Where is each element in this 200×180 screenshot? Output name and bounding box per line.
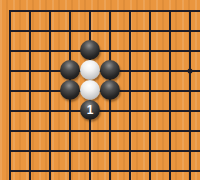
board-intersection[interactable]	[180, 21, 200, 41]
board-intersection[interactable]	[0, 101, 20, 121]
board-intersection[interactable]	[40, 101, 60, 121]
board-intersection[interactable]	[160, 121, 180, 141]
board-intersection[interactable]	[40, 81, 60, 101]
board-intersection[interactable]	[60, 41, 80, 61]
board-intersection[interactable]	[160, 81, 180, 101]
board-intersection[interactable]	[40, 141, 60, 161]
board-intersection[interactable]	[120, 141, 140, 161]
board-intersection[interactable]	[140, 101, 160, 121]
board-intersection[interactable]	[60, 61, 80, 81]
board-intersection[interactable]	[100, 81, 120, 101]
board-intersection[interactable]	[40, 61, 60, 81]
black-stone	[60, 80, 80, 100]
board-intersection[interactable]	[140, 1, 160, 21]
star-point-icon	[188, 69, 193, 74]
board-intersection[interactable]	[40, 41, 60, 61]
board-intersection[interactable]	[160, 161, 180, 180]
white-stone	[80, 60, 100, 80]
board-intersection[interactable]	[180, 1, 200, 21]
board-intersection[interactable]	[180, 121, 200, 141]
board-intersection[interactable]	[40, 21, 60, 41]
board-intersection[interactable]	[180, 101, 200, 121]
board-intersection[interactable]	[80, 121, 100, 141]
board-intersection[interactable]	[40, 1, 60, 21]
board-intersection[interactable]	[60, 161, 80, 180]
black-stone	[80, 40, 100, 60]
black-stone: 1	[80, 100, 100, 120]
board-intersection[interactable]	[120, 121, 140, 141]
board-intersection[interactable]	[40, 121, 60, 141]
board-intersection[interactable]	[160, 61, 180, 81]
board-intersection[interactable]	[80, 161, 100, 180]
board-intersection[interactable]	[40, 161, 60, 180]
board-intersection[interactable]	[0, 121, 20, 141]
board-intersection[interactable]	[20, 61, 40, 81]
black-stone	[100, 80, 120, 100]
board-intersection[interactable]	[160, 41, 180, 61]
board-intersection[interactable]	[60, 81, 80, 101]
board-intersection[interactable]	[180, 61, 200, 81]
board-intersection[interactable]	[160, 1, 180, 21]
board-intersection[interactable]	[140, 141, 160, 161]
board-intersection[interactable]	[100, 121, 120, 141]
board-intersection[interactable]	[20, 161, 40, 180]
board-intersection[interactable]	[80, 141, 100, 161]
board-intersection[interactable]	[80, 1, 100, 21]
board-intersection[interactable]	[20, 41, 40, 61]
board-intersection[interactable]	[100, 141, 120, 161]
board-intersection[interactable]	[120, 161, 140, 180]
board-intersection[interactable]	[160, 141, 180, 161]
board-intersection[interactable]	[100, 101, 120, 121]
board-intersection[interactable]	[120, 41, 140, 61]
board-intersection[interactable]	[180, 161, 200, 180]
board-intersection[interactable]	[140, 81, 160, 101]
board-intersection[interactable]	[0, 61, 20, 81]
board-intersection[interactable]	[80, 41, 100, 61]
board-intersection[interactable]	[0, 21, 20, 41]
board-grid: 1	[0, 1, 200, 180]
move-number-label: 1	[87, 104, 94, 116]
board-intersection[interactable]	[80, 61, 100, 81]
board-intersection[interactable]	[20, 101, 40, 121]
board-intersection[interactable]	[100, 21, 120, 41]
board-intersection[interactable]	[0, 161, 20, 180]
board-intersection[interactable]	[0, 81, 20, 101]
board-intersection[interactable]	[20, 121, 40, 141]
board-intersection[interactable]	[180, 41, 200, 61]
board-intersection[interactable]	[80, 21, 100, 41]
black-stone	[60, 60, 80, 80]
board-intersection[interactable]	[120, 61, 140, 81]
board-intersection[interactable]	[60, 101, 80, 121]
board-intersection[interactable]	[100, 1, 120, 21]
white-stone	[80, 80, 100, 100]
board-intersection[interactable]	[160, 101, 180, 121]
board-intersection[interactable]	[0, 141, 20, 161]
board-intersection[interactable]	[60, 1, 80, 21]
board-intersection[interactable]	[0, 1, 20, 21]
board-intersection[interactable]	[120, 1, 140, 21]
board-intersection[interactable]	[120, 21, 140, 41]
board-intersection[interactable]	[60, 21, 80, 41]
board-intersection[interactable]	[20, 1, 40, 21]
board-intersection[interactable]	[20, 21, 40, 41]
board-intersection[interactable]	[80, 81, 100, 101]
board-intersection[interactable]	[140, 21, 160, 41]
board-intersection[interactable]	[180, 141, 200, 161]
board-intersection[interactable]	[120, 81, 140, 101]
board-intersection[interactable]	[60, 141, 80, 161]
go-board[interactable]: 1	[0, 0, 200, 180]
board-intersection[interactable]	[60, 121, 80, 141]
board-intersection[interactable]	[140, 41, 160, 61]
board-intersection[interactable]	[20, 81, 40, 101]
board-intersection[interactable]: 1	[80, 101, 100, 121]
board-intersection[interactable]	[140, 121, 160, 141]
board-intersection[interactable]	[100, 61, 120, 81]
board-intersection[interactable]	[100, 41, 120, 61]
board-intersection[interactable]	[140, 161, 160, 180]
board-intersection[interactable]	[100, 161, 120, 180]
black-stone	[100, 60, 120, 80]
board-intersection[interactable]	[120, 101, 140, 121]
board-intersection[interactable]	[180, 81, 200, 101]
board-intersection[interactable]	[140, 61, 160, 81]
board-intersection[interactable]	[0, 41, 20, 61]
board-intersection[interactable]	[20, 141, 40, 161]
board-intersection[interactable]	[160, 21, 180, 41]
